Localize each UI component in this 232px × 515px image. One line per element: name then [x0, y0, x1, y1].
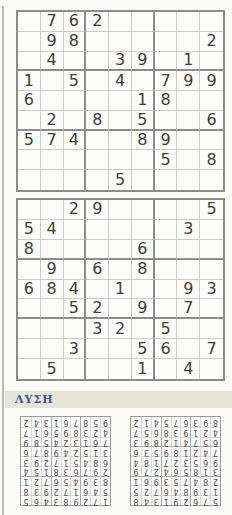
solution-bottom-cell: 9 [41, 485, 51, 495]
solution-bottom-cell: 5 [41, 437, 51, 447]
top-puzzle-cell [177, 131, 200, 151]
top-puzzle-cell [109, 12, 132, 32]
bottom-puzzle-cell [200, 319, 223, 339]
solution-bottom-cell: 2 [51, 485, 61, 495]
solution-top-cell: 8 [131, 495, 141, 505]
top-puzzle-cell [86, 71, 109, 91]
bottom-puzzle-cell: 4 [64, 280, 87, 300]
top-puzzle-cell: 9 [132, 52, 155, 72]
solution-bottom-cell: 7 [31, 446, 41, 456]
solution-top-cell: 8 [200, 476, 210, 486]
solution-top-cell: 9 [131, 466, 141, 476]
solution-bottom-cell: 7 [41, 476, 51, 486]
solution-top-cell: 3 [210, 466, 220, 476]
bottom-puzzle-cell [177, 260, 200, 280]
solution-top-cell: 5 [151, 446, 161, 456]
solution-bottom-cell: 5 [61, 476, 71, 486]
bottom-puzzle-cell [155, 299, 178, 319]
solution-top-cell: 2 [190, 446, 200, 456]
top-puzzle-cell: 4 [41, 52, 64, 72]
bottom-puzzle-cell [200, 260, 223, 280]
solution-bottom-cell: 2 [70, 446, 80, 456]
bottom-puzzle-cell [64, 220, 87, 240]
top-puzzle-cell [18, 32, 41, 52]
bottom-puzzle-cell [41, 240, 64, 260]
top-puzzle-cell [64, 170, 87, 190]
bottom-puzzle-cell: 5 [41, 359, 64, 379]
solution-top-cell: 4 [151, 417, 161, 427]
top-puzzle-cell [109, 32, 132, 52]
top-puzzle-cell [86, 131, 109, 151]
top-puzzle-cell: 1 [132, 91, 155, 111]
solution-bottom-cell: 8 [100, 476, 110, 486]
top-puzzle-cell [18, 52, 41, 72]
solution-bottom-cell: 8 [41, 446, 51, 456]
bottom-puzzle-cell: 5 [132, 339, 155, 359]
top-puzzle-cell [200, 170, 223, 190]
bottom-puzzle-cell [18, 200, 41, 220]
top-puzzle-cell [64, 111, 87, 131]
solution-top-cell: 6 [161, 485, 171, 495]
top-puzzle-cell [132, 32, 155, 52]
solution-top-cell: 9 [171, 495, 181, 505]
solution-bottom-cell: 7 [61, 485, 71, 495]
solution-top-cell: 1 [180, 446, 190, 456]
bottom-puzzle-cell [86, 280, 109, 300]
solution-top-cell: 7 [161, 456, 171, 466]
bottom-puzzle-cell [64, 359, 87, 379]
solution-bottom-cell: 1 [70, 485, 80, 495]
solution-top-cell: 8 [210, 417, 220, 427]
solution-top-cell: 4 [210, 427, 220, 437]
top-puzzle-cell [177, 12, 200, 32]
bottom-puzzle-cell [200, 240, 223, 260]
solution-top-cell: 3 [141, 446, 151, 456]
solution-top-cell: 8 [141, 456, 151, 466]
top-puzzle-cell [64, 150, 87, 170]
solution-top-cell: 5 [141, 427, 151, 437]
solution-top-cell: 4 [161, 466, 171, 476]
top-puzzle-cell [155, 170, 178, 190]
solution-top-cell: 5 [131, 485, 141, 495]
bottom-puzzle-cell: 4 [41, 220, 64, 240]
top-puzzle-cell [86, 32, 109, 52]
solution-top-cell: 5 [161, 417, 171, 427]
bottom-puzzle-cell: 7 [177, 299, 200, 319]
bottom-puzzle-cell [177, 240, 200, 260]
bottom-puzzle-cell: 9 [86, 200, 109, 220]
bottom-puzzle-cell [132, 200, 155, 220]
bottom-puzzle-cell [155, 260, 178, 280]
solution-top-cell: 2 [200, 427, 210, 437]
top-puzzle-cell: 9 [200, 71, 223, 91]
solution-bottom-cell: 3 [61, 466, 71, 476]
solution-top-cell: 8 [151, 437, 161, 447]
top-puzzle-cell: 1 [177, 52, 200, 72]
solution-top-cell: 7 [190, 437, 200, 447]
solution-top-cell: 2 [161, 437, 171, 447]
solution-bottom-cell: 5 [21, 495, 31, 505]
top-puzzle-cell [18, 12, 41, 32]
top-puzzle-cell [177, 150, 200, 170]
solution-top-cell: 8 [190, 466, 200, 476]
bottom-puzzle-cell [18, 359, 41, 379]
bottom-puzzle-cell: 3 [177, 220, 200, 240]
solution-top-cell: 4 [141, 495, 151, 505]
bottom-puzzle-cell [86, 359, 109, 379]
solution-top-cell: 1 [131, 476, 141, 486]
solution-top-cell: 6 [141, 476, 151, 486]
top-puzzle-cell [200, 91, 223, 111]
solution-top-cell: 3 [180, 456, 190, 466]
solution-bottom-cell: 8 [70, 427, 80, 437]
top-puzzle-cell: 4 [109, 71, 132, 91]
top-puzzle-cell: 6 [64, 12, 87, 32]
solution-bottom-cell: 1 [51, 417, 61, 427]
top-puzzle-cell [86, 52, 109, 72]
solution-bottom-cell: 1 [61, 456, 71, 466]
bottom-puzzle-cell [41, 299, 64, 319]
bottom-puzzle-cell: 6 [132, 240, 155, 260]
solution-bottom-cell: 2 [100, 466, 110, 476]
bottom-puzzle-cell: 5 [155, 319, 178, 339]
solution-bottom-cell: 7 [70, 417, 80, 427]
top-puzzle-cell [64, 91, 87, 111]
sudoku-puzzle-bottom-grid: 2955438696868419352973253567514 [16, 198, 225, 381]
solution-bottom-cell: 7 [51, 456, 61, 466]
solution-bottom-cell: 5 [90, 417, 100, 427]
solution-bottom-cell: 2 [61, 437, 71, 447]
solution-bottom-cell: 7 [100, 437, 110, 447]
top-puzzle-cell: 5 [132, 111, 155, 131]
bottom-puzzle-cell [109, 359, 132, 379]
solution-top-cell: 7 [200, 495, 210, 505]
bottom-puzzle-cell: 2 [64, 200, 87, 220]
solution-top-cell: 5 [180, 466, 190, 476]
top-puzzle-cell: 6 [18, 91, 41, 111]
solution-top-cell: 5 [190, 456, 200, 466]
solution-top-cell: 9 [151, 476, 161, 486]
bottom-puzzle-cell [109, 299, 132, 319]
solution-top-cell: 3 [161, 476, 171, 486]
solution-bottom-cell: 3 [90, 476, 100, 486]
solution-bottom-cell: 9 [61, 427, 71, 437]
bottom-puzzle-cell: 3 [86, 319, 109, 339]
solution-top-cell: 6 [190, 495, 200, 505]
solution-top-cell: 8 [161, 427, 171, 437]
solution-bottom-cell: 8 [80, 417, 90, 427]
solution-top-cell: 7 [171, 417, 181, 427]
bottom-puzzle-cell [64, 319, 87, 339]
top-puzzle-cell: 9 [177, 71, 200, 91]
solution-bottom-cell: 6 [31, 495, 41, 505]
bottom-puzzle-cell [64, 240, 87, 260]
bottom-puzzle-cell [18, 299, 41, 319]
solution-bottom-cell: 2 [90, 427, 100, 437]
top-puzzle-cell [177, 91, 200, 111]
top-puzzle-cell: 7 [155, 71, 178, 91]
solution-top-cell: 1 [161, 495, 171, 505]
solution-top-cell: 6 [131, 446, 141, 456]
page-edge-line [2, 6, 4, 515]
bottom-puzzle-cell [109, 260, 132, 280]
solution-grid-bottom-puzzle: 1729834655461729388394567212976381546845… [20, 416, 111, 506]
solution-top-cell: 7 [210, 446, 220, 456]
solution-top-cell: 1 [151, 456, 161, 466]
solution-top-cell: 8 [180, 485, 190, 495]
bottom-puzzle-cell [109, 240, 132, 260]
solution-bottom-cell: 3 [41, 417, 51, 427]
top-puzzle-cell: 9 [41, 32, 64, 52]
solution-bottom-cell: 6 [90, 437, 100, 447]
bottom-puzzle-cell [86, 240, 109, 260]
solution-top-cell: 1 [141, 417, 151, 427]
solution-top-cell: 1 [190, 427, 200, 437]
solution-bottom-cell: 9 [31, 456, 41, 466]
top-puzzle-cell [200, 52, 223, 72]
top-puzzle-cell [200, 131, 223, 151]
solution-top-cell: 4 [180, 437, 190, 447]
bottom-puzzle-cell [109, 200, 132, 220]
solution-bottom-cell: 4 [51, 437, 61, 447]
solution-bottom-cell: 6 [100, 456, 110, 466]
solution-top-cell: 9 [190, 485, 200, 495]
top-puzzle-cell [86, 170, 109, 190]
bottom-puzzle-cell: 5 [200, 200, 223, 220]
top-puzzle-cell [41, 71, 64, 91]
solution-bottom-cell: 8 [31, 437, 41, 447]
bottom-puzzle-cell [132, 280, 155, 300]
bottom-puzzle-cell [155, 220, 178, 240]
solution-top-cell: 3 [171, 427, 181, 437]
solution-top-cell: 1 [210, 485, 220, 495]
bottom-puzzle-cell: 9 [177, 280, 200, 300]
top-puzzle-cell [132, 71, 155, 91]
solution-bottom-cell: 3 [51, 495, 61, 505]
solution-bottom-cell: 9 [80, 476, 90, 486]
solution-top-cell: 7 [131, 427, 141, 437]
solution-bottom-cell: 1 [80, 437, 90, 447]
solution-bottom-cell: 8 [61, 495, 71, 505]
solution-bottom-cell: 2 [80, 495, 90, 505]
top-puzzle-cell: 6 [200, 111, 223, 131]
solution-bottom-cell: 6 [80, 485, 90, 495]
top-puzzle-cell [155, 32, 178, 52]
solution-bottom-cell: 4 [61, 446, 71, 456]
solution-top-cell: 5 [200, 437, 210, 447]
bottom-puzzle-cell [177, 319, 200, 339]
solution-bottom-cell: 4 [80, 456, 90, 466]
bottom-puzzle-cell: 1 [132, 359, 155, 379]
solution-bottom-cell: 1 [21, 476, 31, 486]
solution-bottom-cell: 2 [21, 417, 31, 427]
solution-bottom-cell: 5 [51, 427, 61, 437]
top-puzzle-cell: 9 [155, 131, 178, 151]
solution-bottom-cell: 1 [90, 446, 100, 456]
solution-bottom-cell: 9 [51, 446, 61, 456]
top-puzzle-cell: 8 [155, 91, 178, 111]
solution-heading: ΛΥΣΗ [5, 391, 232, 408]
top-puzzle-cell [109, 91, 132, 111]
solution-bottom-cell: 2 [41, 456, 51, 466]
bottom-puzzle-cell [132, 319, 155, 339]
top-puzzle-cell: 3 [109, 52, 132, 72]
top-puzzle-cell [177, 111, 200, 131]
top-puzzle-cell [155, 111, 178, 131]
top-puzzle-cell: 8 [86, 111, 109, 131]
solution-top-cell: 4 [171, 485, 181, 495]
bottom-puzzle-cell [86, 220, 109, 240]
top-puzzle-cell: 2 [200, 32, 223, 52]
solution-top-cell: 3 [200, 485, 210, 495]
solution-top-cell: 2 [141, 485, 151, 495]
solution-bottom-cell: 5 [100, 485, 110, 495]
bottom-puzzle-cell: 8 [18, 240, 41, 260]
bottom-puzzle-cell: 2 [86, 299, 109, 319]
solution-header-bar: ΛΥΣΗ [5, 391, 232, 408]
solution-bottom-cell: 6 [21, 446, 31, 456]
top-puzzle-cell: 4 [64, 131, 87, 151]
top-puzzle-cell: 5 [155, 150, 178, 170]
solution-bottom-cell: 6 [41, 427, 51, 437]
bottom-puzzle-cell [18, 260, 41, 280]
bottom-puzzle-cell [109, 339, 132, 359]
solution-bottom-cell: 6 [70, 466, 80, 476]
top-puzzle-cell [41, 150, 64, 170]
solution-bottom-cell: 4 [21, 466, 31, 476]
top-puzzle-cell [41, 91, 64, 111]
bottom-puzzle-cell [109, 220, 132, 240]
solution-top-cell: 2 [151, 466, 161, 476]
bottom-puzzle-cell: 4 [177, 359, 200, 379]
bottom-puzzle-cell: 6 [86, 260, 109, 280]
solution-top-cell: 9 [180, 427, 190, 437]
top-puzzle-cell [177, 170, 200, 190]
bottom-puzzle-cell [200, 220, 223, 240]
bottom-puzzle-cell: 9 [41, 260, 64, 280]
solution-top-cell: 7 [180, 476, 190, 486]
solution-top-cell: 4 [200, 446, 210, 456]
solution-grid-top-puzzle: 5762913481398467252847539613185642799653… [130, 416, 221, 506]
solution-bottom-cell: 8 [51, 466, 61, 476]
solution-top-cell: 8 [171, 446, 181, 456]
solution-bottom-cell: 4 [90, 485, 100, 495]
top-puzzle-cell [109, 111, 132, 131]
solution-top-cell: 6 [200, 456, 210, 466]
bottom-puzzle-cell: 9 [132, 299, 155, 319]
solution-top-cell: 3 [131, 437, 141, 447]
bottom-puzzle-cell: 6 [155, 339, 178, 359]
bottom-puzzle-cell [132, 220, 155, 240]
solution-bottom-cell: 9 [100, 417, 110, 427]
solution-bottom-cell: 3 [21, 456, 31, 466]
bottom-puzzle-cell [177, 200, 200, 220]
solution-top-cell: 1 [171, 437, 181, 447]
top-puzzle-cell [109, 150, 132, 170]
solution-bottom-cell: 5 [80, 446, 90, 456]
top-puzzle-cell: 7 [41, 131, 64, 151]
solution-top-cell: 3 [190, 417, 200, 427]
solution-top-cell: 9 [200, 417, 210, 427]
bottom-puzzle-cell [200, 299, 223, 319]
solution-top-cell: 5 [210, 495, 220, 505]
top-puzzle-cell [155, 52, 178, 72]
top-puzzle-cell [18, 111, 41, 131]
bottom-puzzle-cell [155, 280, 178, 300]
top-puzzle-cell: 5 [109, 170, 132, 190]
solution-bottom-cell: 6 [61, 417, 71, 427]
solution-bottom-cell: 6 [51, 476, 61, 486]
solution-bottom-cell: 3 [80, 427, 90, 437]
bottom-puzzle-cell [64, 260, 87, 280]
solution-top-cell: 6 [180, 417, 190, 427]
top-puzzle-cell: 2 [41, 111, 64, 131]
bottom-puzzle-cell: 2 [109, 319, 132, 339]
solution-top-cell: 4 [190, 476, 200, 486]
bottom-puzzle-cell: 6 [18, 280, 41, 300]
solution-bottom-cell: 3 [70, 437, 80, 447]
solution-top-cell: 2 [180, 495, 190, 505]
solution-top-cell: 2 [131, 417, 141, 427]
top-puzzle-cell [132, 150, 155, 170]
top-puzzle-cell [177, 32, 200, 52]
solution-top-cell: 9 [210, 456, 220, 466]
solution-bottom-cell: 7 [21, 427, 31, 437]
top-puzzle-cell: 1 [18, 71, 41, 91]
top-puzzle-cell: 5 [64, 71, 87, 91]
bottom-puzzle-cell: 5 [18, 220, 41, 240]
solution-top-cell: 6 [151, 427, 161, 437]
top-puzzle-cell [18, 170, 41, 190]
solution-bottom-cell: 4 [41, 495, 51, 505]
bottom-puzzle-cell [86, 339, 109, 359]
bottom-puzzle-cell [41, 200, 64, 220]
solution-top-cell: 3 [151, 495, 161, 505]
sudoku-puzzle-top-grid: 7629824391154799618285657489585 [16, 10, 225, 192]
bottom-puzzle-cell [18, 319, 41, 339]
solution-bottom-cell: 8 [21, 485, 31, 495]
solution-bottom-cell: 2 [31, 476, 41, 486]
solution-bottom-cell: 4 [70, 476, 80, 486]
top-puzzle-cell [41, 170, 64, 190]
top-puzzle-cell [86, 150, 109, 170]
solution-top-cell: 6 [171, 466, 181, 476]
top-puzzle-cell [109, 131, 132, 151]
solution-bottom-cell: 5 [70, 456, 80, 466]
bottom-puzzle-cell [18, 339, 41, 359]
solution-top-cell: 2 [210, 476, 220, 486]
top-puzzle-cell [18, 150, 41, 170]
solution-top-cell: 9 [141, 437, 151, 447]
top-puzzle-cell [132, 12, 155, 32]
solution-bottom-cell: 1 [41, 466, 51, 476]
top-puzzle-cell [200, 12, 223, 32]
solution-top-cell: 4 [131, 456, 141, 466]
bottom-puzzle-cell: 1 [109, 280, 132, 300]
solution-bottom-cell: 5 [31, 466, 41, 476]
bottom-puzzle-cell [177, 339, 200, 359]
top-puzzle-cell: 5 [18, 131, 41, 151]
solution-bottom-cell: 4 [100, 427, 110, 437]
top-puzzle-cell: 8 [64, 32, 87, 52]
bottom-puzzle-cell [155, 359, 178, 379]
solution-top-cell: 5 [171, 476, 181, 486]
solution-bottom-cell: 7 [80, 466, 90, 476]
top-puzzle-cell [86, 91, 109, 111]
top-puzzle-cell: 2 [86, 12, 109, 32]
solution-bottom-cell: 1 [31, 427, 41, 437]
top-puzzle-cell [64, 52, 87, 72]
